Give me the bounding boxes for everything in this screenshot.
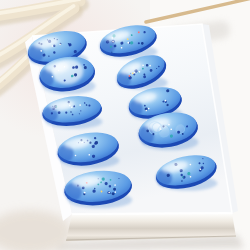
product-photo [0,0,250,250]
photo-canvas [0,0,250,250]
tray-front-top-edge [72,213,232,214]
